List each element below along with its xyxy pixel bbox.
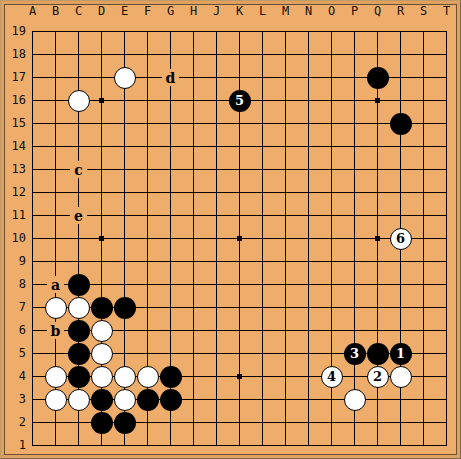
stone-black-F3 <box>137 389 159 411</box>
column-labels: ABCDEFGHJKLMNOPQRST <box>21 3 458 19</box>
stone-black-D3 <box>91 389 113 411</box>
stone-white-D6 <box>91 320 113 342</box>
stone-black-D2 <box>91 412 113 434</box>
stone-black-Q17 <box>367 67 389 89</box>
coord-label-col-D: D <box>90 3 113 19</box>
coord-label-col-S: S <box>412 3 435 19</box>
stone-black-C4 <box>68 366 90 388</box>
stone-black-Q5 <box>367 343 389 365</box>
stone-white-P3 <box>344 389 366 411</box>
stone-white-E17 <box>114 67 136 89</box>
stone-white-Q4-move-2: 2 <box>367 366 389 388</box>
stone-black-R5-move-1: 1 <box>390 343 412 365</box>
stone-white-E3 <box>114 389 136 411</box>
letter-label-b-B6: b <box>47 322 64 339</box>
go-board: ABCDEFGHJKLMNOPQRST 19181716151413121110… <box>0 0 461 459</box>
stone-black-C5 <box>68 343 90 365</box>
coord-label-col-C: C <box>67 3 90 19</box>
stone-black-E2 <box>114 412 136 434</box>
stone-white-E4 <box>114 366 136 388</box>
stone-black-R15 <box>390 113 412 135</box>
stone-black-C8 <box>68 274 90 296</box>
stone-white-C16 <box>68 90 90 112</box>
letter-label-d-G17: d <box>162 69 179 86</box>
coord-label-col-Q: Q <box>366 3 389 19</box>
board-intersections: 563142abcde <box>21 20 458 457</box>
letter-label-a-B8: a <box>47 276 64 293</box>
stone-black-G3 <box>160 389 182 411</box>
coord-label-col-M: M <box>274 3 297 19</box>
stone-black-P5-move-3: 3 <box>344 343 366 365</box>
stone-white-B7 <box>45 297 67 319</box>
letter-label-c-C13: c <box>70 161 87 178</box>
star-point-Q10 <box>375 236 380 241</box>
coord-label-col-A: A <box>21 3 44 19</box>
coord-label-col-P: P <box>343 3 366 19</box>
stone-black-G4 <box>160 366 182 388</box>
stone-black-C6 <box>68 320 90 342</box>
stone-white-D5 <box>91 343 113 365</box>
coord-label-col-H: H <box>182 3 205 19</box>
star-point-K4 <box>237 374 242 379</box>
stone-white-C3 <box>68 389 90 411</box>
stone-white-D4 <box>91 366 113 388</box>
star-point-D10 <box>99 236 104 241</box>
coord-label-col-F: F <box>136 3 159 19</box>
stone-white-O4-move-4: 4 <box>321 366 343 388</box>
coord-label-col-T: T <box>435 3 458 19</box>
stone-white-R10-move-6: 6 <box>390 228 412 250</box>
coord-label-col-B: B <box>44 3 67 19</box>
stone-white-B3 <box>45 389 67 411</box>
coord-label-col-K: K <box>228 3 251 19</box>
stone-black-K16-move-5: 5 <box>229 90 251 112</box>
stone-white-F4 <box>137 366 159 388</box>
coord-label-col-J: J <box>205 3 228 19</box>
coord-label-col-L: L <box>251 3 274 19</box>
stone-black-E7 <box>114 297 136 319</box>
star-point-K10 <box>237 236 242 241</box>
coord-label-col-R: R <box>389 3 412 19</box>
star-point-D16 <box>99 98 104 103</box>
coord-label-col-E: E <box>113 3 136 19</box>
coord-label-col-N: N <box>297 3 320 19</box>
coord-label-col-O: O <box>320 3 343 19</box>
stone-black-D7 <box>91 297 113 319</box>
stone-white-B4 <box>45 366 67 388</box>
letter-label-e-C11: e <box>70 207 87 224</box>
star-point-Q16 <box>375 98 380 103</box>
stone-white-R4 <box>390 366 412 388</box>
stone-white-C7 <box>68 297 90 319</box>
coord-label-col-G: G <box>159 3 182 19</box>
